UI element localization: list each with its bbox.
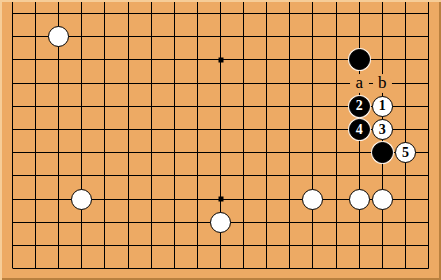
intersection [140,2,163,25]
intersection [325,48,348,71]
black-stone [372,142,393,163]
intersection [93,234,116,257]
intersection [140,211,163,234]
intersection [209,72,232,95]
intersection [394,118,417,141]
intersection [371,234,394,257]
intersection [371,257,394,280]
intersection [255,141,278,164]
intersection [70,257,93,280]
intersection [325,95,348,118]
intersection [186,2,209,25]
intersection [24,118,47,141]
intersection [371,25,394,48]
intersection [117,72,140,95]
intersection [232,2,255,25]
intersection [70,118,93,141]
intersection [325,188,348,211]
intersection [117,211,140,234]
star-point [218,57,223,62]
intersection [232,164,255,187]
intersection [1,234,24,257]
intersection [209,234,232,257]
intersection [93,2,116,25]
intersection [232,95,255,118]
intersection [186,118,209,141]
intersection [93,25,116,48]
intersection [24,72,47,95]
intersection [1,2,24,25]
intersection [325,164,348,187]
intersection [140,188,163,211]
intersection [417,141,440,164]
intersection [93,48,116,71]
intersection [371,48,394,71]
intersection [325,25,348,48]
intersection [163,164,186,187]
intersection [394,234,417,257]
intersection [140,95,163,118]
intersection [255,25,278,48]
intersection [325,257,348,280]
intersection [117,164,140,187]
intersection [93,95,116,118]
intersection [394,25,417,48]
intersection [278,2,301,25]
intersection [417,211,440,234]
intersection [232,72,255,95]
intersection [232,141,255,164]
go-diagram: ab21435 [0,0,441,280]
intersection [47,234,70,257]
intersection [301,2,324,25]
intersection [417,95,440,118]
intersection [371,188,394,211]
intersection [140,25,163,48]
intersection [394,257,417,280]
intersection [163,25,186,48]
move-number: 2 [356,99,363,113]
intersection: 5 [394,141,417,164]
intersection [278,25,301,48]
intersection [117,2,140,25]
intersection [348,257,371,280]
intersection [417,48,440,71]
intersection [278,234,301,257]
intersection: 4 [348,118,371,141]
intersection [325,72,348,95]
intersection [255,188,278,211]
intersection [186,95,209,118]
white-stone [210,212,231,233]
intersection [417,257,440,280]
black-stone [349,49,370,70]
intersection: 2 [348,95,371,118]
intersection [186,211,209,234]
intersection [255,234,278,257]
intersection [186,48,209,71]
intersection [24,141,47,164]
intersection [209,257,232,280]
intersection [394,211,417,234]
intersection [140,234,163,257]
go-board: ab21435 [0,0,441,280]
intersection [417,234,440,257]
white-stone [71,189,92,210]
white-stone [48,26,69,47]
intersection [117,118,140,141]
intersection [301,48,324,71]
intersection [278,211,301,234]
intersection [70,211,93,234]
intersection [278,188,301,211]
intersection [232,118,255,141]
intersection [24,188,47,211]
intersection [47,2,70,25]
intersection [117,48,140,71]
intersection [348,164,371,187]
intersection [47,211,70,234]
intersection [301,118,324,141]
intersection [348,2,371,25]
intersection [47,95,70,118]
intersection: a [348,72,371,95]
intersection [301,141,324,164]
move-number: 5 [402,145,409,159]
intersection [47,257,70,280]
intersection [209,2,232,25]
intersection [163,234,186,257]
intersection [47,188,70,211]
intersection [93,72,116,95]
intersection [301,188,324,211]
intersection [301,234,324,257]
intersection [278,72,301,95]
white-stone: 3 [372,119,393,140]
intersection [301,25,324,48]
intersection [93,211,116,234]
intersection [394,188,417,211]
intersection [1,118,24,141]
intersection [255,48,278,71]
intersection [1,72,24,95]
intersection [255,164,278,187]
intersection [70,72,93,95]
intersection [232,211,255,234]
white-stone [349,189,370,210]
move-number: 4 [356,122,363,136]
intersection [163,95,186,118]
intersection [24,211,47,234]
intersection [70,188,93,211]
intersection [163,188,186,211]
intersection [348,25,371,48]
intersection [209,141,232,164]
intersection [163,2,186,25]
intersection [1,48,24,71]
intersection [255,118,278,141]
intersection [140,164,163,187]
intersection [93,118,116,141]
intersection [24,95,47,118]
intersection [47,72,70,95]
intersection [417,2,440,25]
intersection [209,164,232,187]
intersection [301,164,324,187]
intersection [186,25,209,48]
intersection [93,188,116,211]
intersection [163,211,186,234]
intersection [1,141,24,164]
white-stone [302,189,323,210]
black-stone: 2 [349,96,370,117]
intersection [348,211,371,234]
intersection [24,257,47,280]
intersection [70,48,93,71]
intersection [117,25,140,48]
intersection [163,48,186,71]
intersection [1,211,24,234]
intersection [417,118,440,141]
intersection [278,257,301,280]
intersection [70,164,93,187]
intersection [255,2,278,25]
intersection [163,72,186,95]
intersection [140,118,163,141]
intersection [371,164,394,187]
intersection [255,257,278,280]
intersection [93,164,116,187]
intersection [140,48,163,71]
intersection [278,164,301,187]
intersection [140,257,163,280]
intersection [70,2,93,25]
intersection [325,118,348,141]
white-stone [372,189,393,210]
intersection [417,72,440,95]
intersection: 3 [371,118,394,141]
intersection [417,25,440,48]
intersection [301,257,324,280]
intersection [140,72,163,95]
intersection [278,48,301,71]
intersection [417,164,440,187]
white-stone: 1 [372,96,393,117]
intersection [371,211,394,234]
intersection [1,164,24,187]
intersection [186,164,209,187]
intersection [394,48,417,71]
go-board-grid: ab21435 [1,2,440,280]
intersection [117,188,140,211]
intersection [70,25,93,48]
intersection [278,95,301,118]
intersection [186,234,209,257]
point-label: a [350,74,369,93]
intersection [278,118,301,141]
intersection [140,141,163,164]
intersection [371,141,394,164]
black-stone: 4 [349,119,370,140]
intersection [24,48,47,71]
intersection [417,188,440,211]
point-label: b [373,74,392,93]
intersection [47,118,70,141]
intersection [24,2,47,25]
intersection [325,2,348,25]
white-stone: 5 [395,142,416,163]
intersection [47,164,70,187]
intersection [70,95,93,118]
intersection [232,48,255,71]
intersection [301,72,324,95]
intersection [209,48,232,71]
intersection [209,118,232,141]
intersection [24,164,47,187]
intersection [232,188,255,211]
intersection [117,257,140,280]
intersection [325,211,348,234]
intersection [186,188,209,211]
intersection [93,257,116,280]
intersection [93,141,116,164]
intersection [348,141,371,164]
intersection [117,234,140,257]
intersection: 1 [371,95,394,118]
intersection [348,234,371,257]
intersection [1,257,24,280]
intersection [394,72,417,95]
intersection [117,95,140,118]
intersection [394,95,417,118]
intersection [24,25,47,48]
intersection [371,2,394,25]
intersection [394,2,417,25]
intersection [255,211,278,234]
intersection [278,141,301,164]
intersection [163,118,186,141]
intersection [209,95,232,118]
intersection [301,211,324,234]
intersection [24,234,47,257]
intersection [1,25,24,48]
intersection [348,48,371,71]
intersection [325,234,348,257]
intersection [232,25,255,48]
intersection [301,95,324,118]
intersection: b [371,72,394,95]
move-number: 3 [379,122,386,136]
intersection [325,141,348,164]
intersection [47,141,70,164]
intersection [186,72,209,95]
intersection [70,141,93,164]
intersection [209,25,232,48]
intersection [232,234,255,257]
intersection [163,257,186,280]
intersection [47,25,70,48]
intersection [255,95,278,118]
star-point [218,197,223,202]
intersection [186,257,209,280]
intersection [209,211,232,234]
intersection [1,188,24,211]
intersection [394,164,417,187]
intersection [1,95,24,118]
intersection [348,188,371,211]
intersection [163,141,186,164]
intersection [117,141,140,164]
intersection [70,234,93,257]
move-number: 1 [379,99,386,113]
intersection [255,72,278,95]
intersection [232,257,255,280]
intersection [209,188,232,211]
intersection [47,48,70,71]
intersection [186,141,209,164]
